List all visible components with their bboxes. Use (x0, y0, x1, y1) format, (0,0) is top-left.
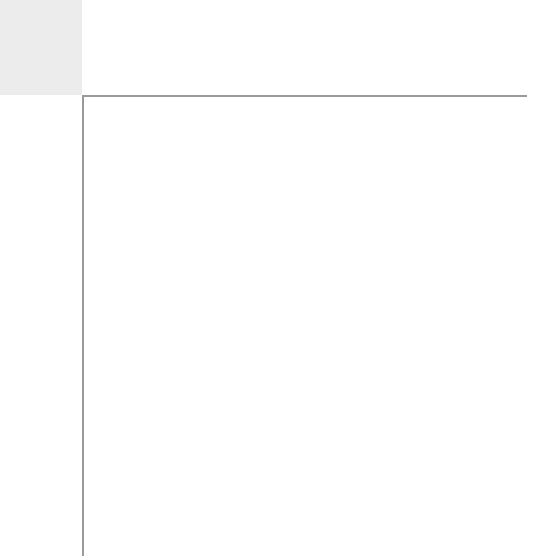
row-clues-area (0, 95, 82, 556)
site-watermark (527, 418, 549, 556)
nonogram-puzzle-page (0, 0, 549, 556)
corner-watermark (0, 0, 82, 95)
puzzle-grid (82, 95, 527, 556)
column-clues-area (82, 0, 527, 95)
